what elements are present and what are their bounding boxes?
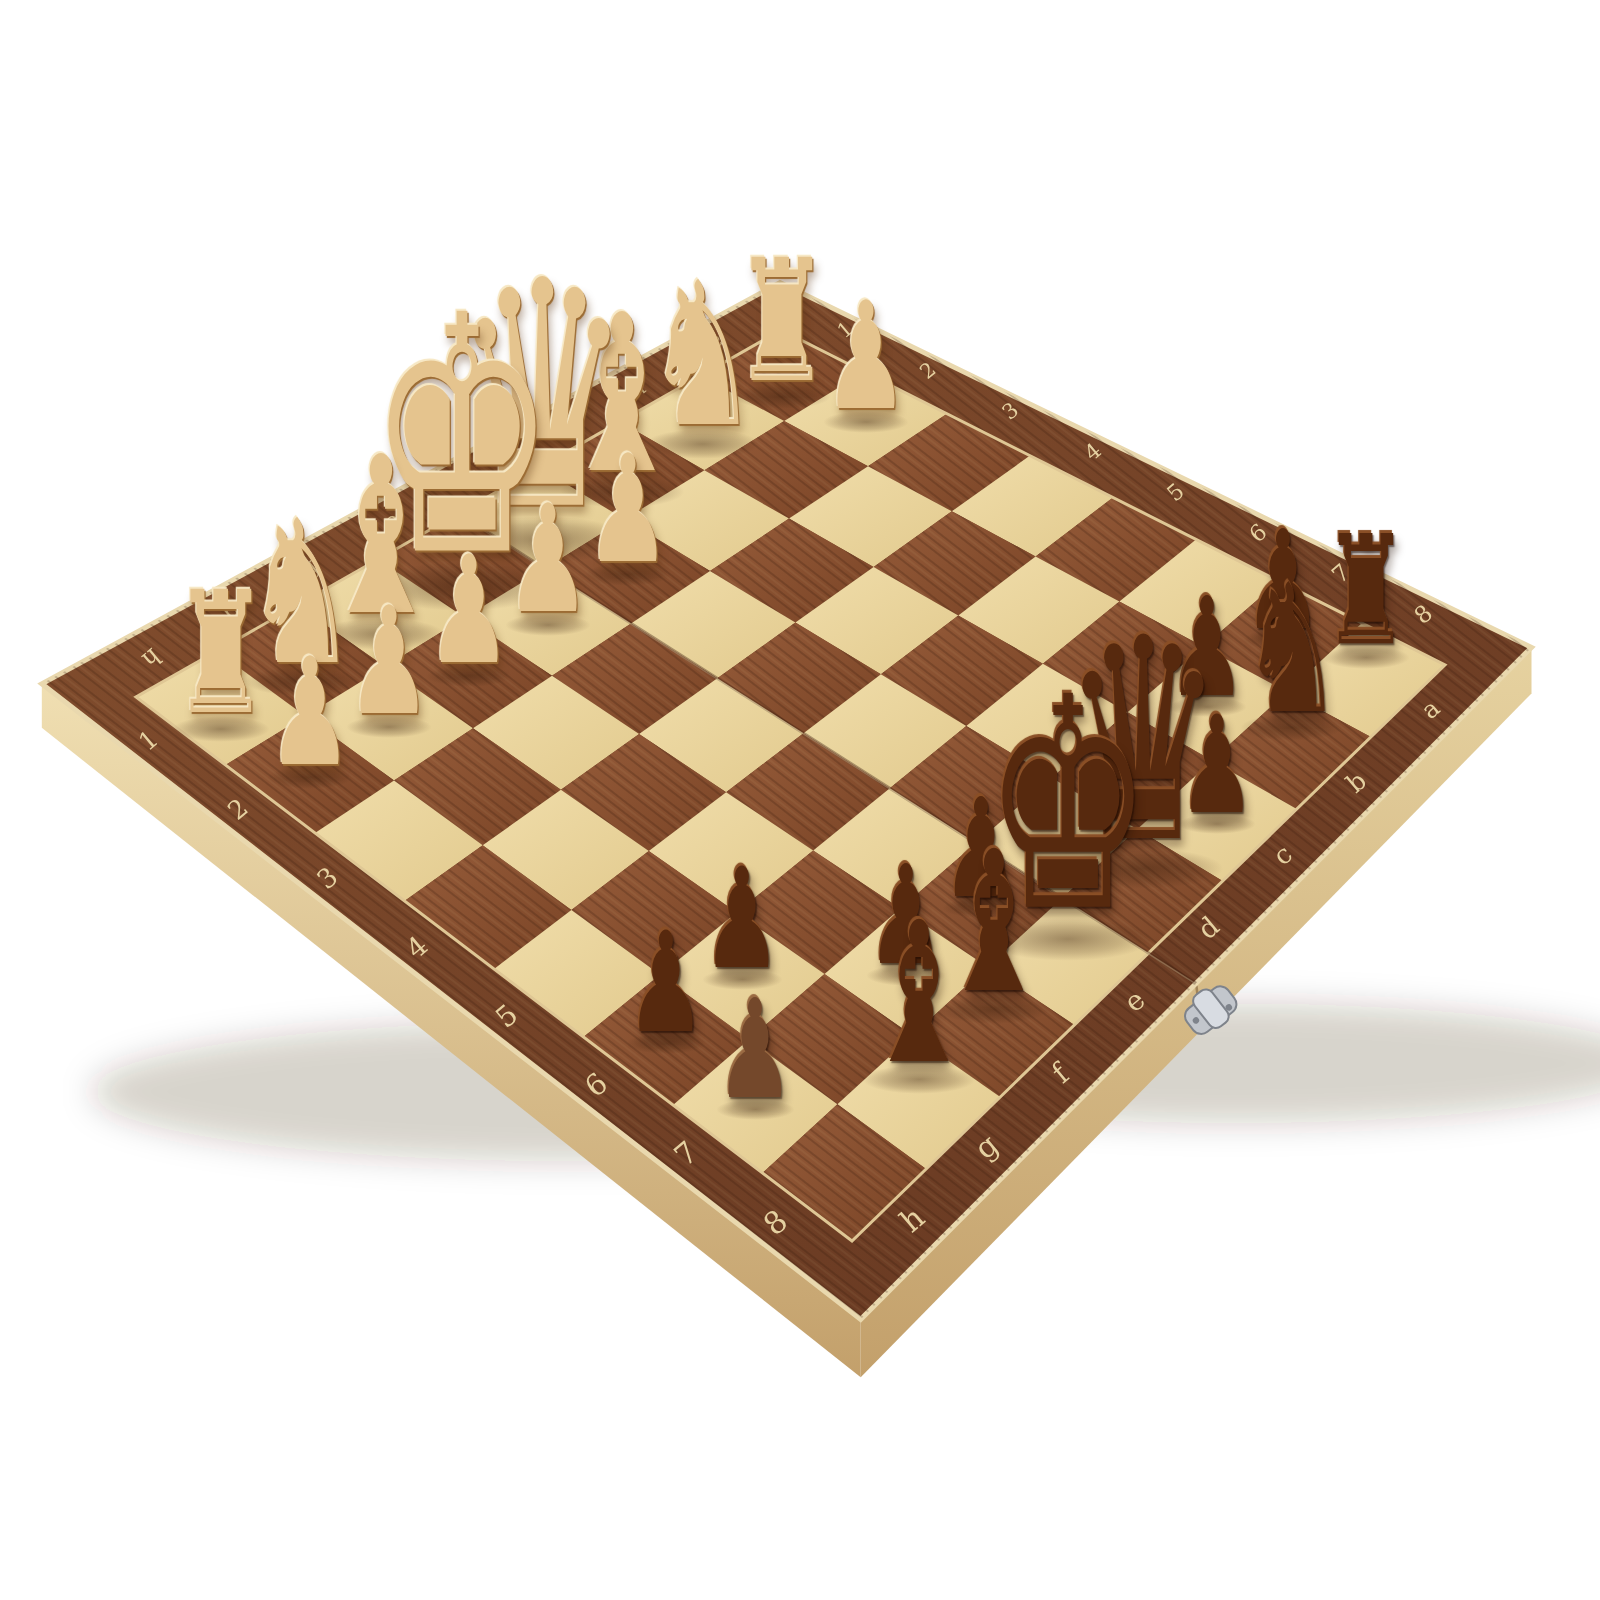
piece-white-pawn-e2[interactable]: ♟: [505, 490, 590, 632]
piece-black-pawn-g6[interactable]: ♟: [703, 853, 783, 985]
chess-set-product-photo: 1122334455667788aabbccddeeffgghh ♜♟♞♝♛♟♚…: [0, 0, 1600, 1600]
piece-black-pawn-h7[interactable]: ♟: [716, 985, 795, 1115]
piece-white-pawn-d2[interactable]: ♟: [585, 439, 670, 581]
piece-white-pawn-f2[interactable]: ♟: [426, 541, 511, 683]
piece-white-pawn-a2[interactable]: ♟: [823, 287, 908, 429]
piece-white-rook-h1[interactable]: ♜: [172, 575, 269, 736]
piece-white-pawn-h2[interactable]: ♟: [267, 642, 352, 784]
piece-black-bishop-g8[interactable]: ♝: [863, 900, 975, 1085]
piece-black-pawn-h6[interactable]: ♟: [626, 917, 706, 1049]
piece-white-pawn-g2[interactable]: ♟: [347, 591, 432, 733]
piece-black-knight-b8[interactable]: ♞: [1241, 565, 1343, 734]
